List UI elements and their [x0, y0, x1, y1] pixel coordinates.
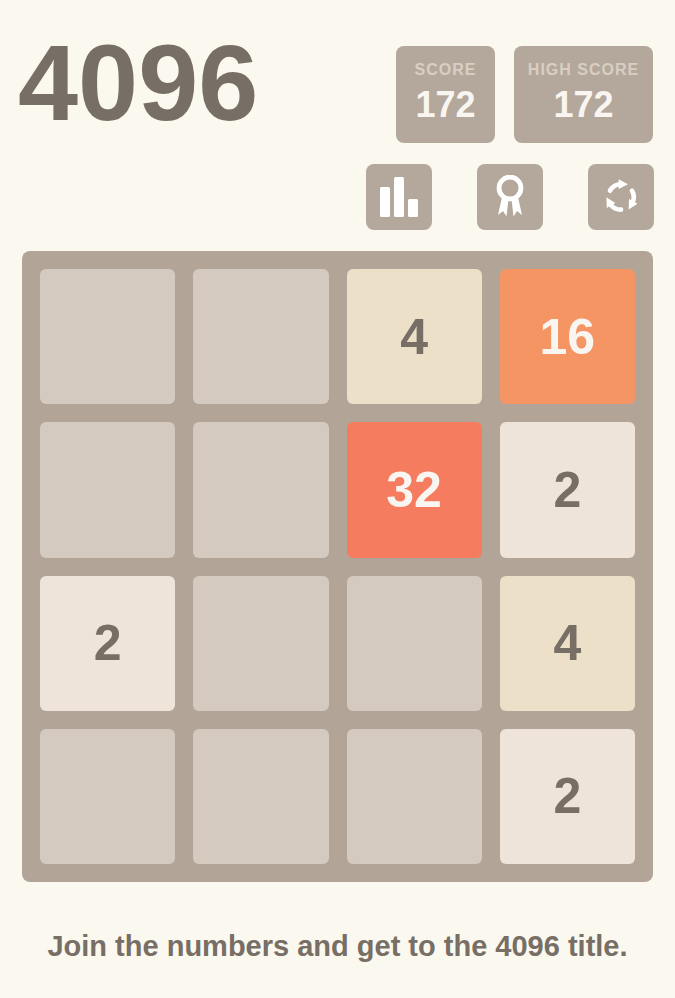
tile-r2c3: 4	[500, 576, 635, 711]
tile-r0c3: 16	[500, 269, 635, 404]
app-root: 4096 SCORE 172 HIGH SCORE 172	[0, 0, 675, 998]
tagline: Join the numbers and get to the 4096 tit…	[0, 930, 675, 963]
page-title: 4096	[18, 26, 258, 139]
tile-r1c2: 32	[347, 422, 482, 557]
tile-r3c3: 2	[500, 729, 635, 864]
tile-r2c0: 2	[40, 576, 175, 711]
score-value: 172	[415, 84, 475, 126]
stats-button[interactable]	[366, 164, 432, 230]
tile-r1c1	[193, 422, 328, 557]
tile-r0c1	[193, 269, 328, 404]
score-box: SCORE 172	[396, 46, 495, 143]
achievements-button[interactable]	[477, 164, 543, 230]
toolbar	[366, 164, 654, 230]
award-ribbon-icon	[492, 175, 528, 219]
tile-r1c3: 2	[500, 422, 635, 557]
tile-r3c2	[347, 729, 482, 864]
score-panel: SCORE 172 HIGH SCORE 172	[396, 46, 653, 143]
game-board[interactable]: 4 16 32 2 2 4 2	[22, 251, 653, 882]
tile-r0c2: 4	[347, 269, 482, 404]
tile-r2c1	[193, 576, 328, 711]
tile-r2c2	[347, 576, 482, 711]
high-score-box: HIGH SCORE 172	[514, 46, 653, 143]
restart-button[interactable]	[588, 164, 654, 230]
high-score-label: HIGH SCORE	[528, 61, 639, 79]
tile-r3c0	[40, 729, 175, 864]
bar-chart-icon	[380, 177, 418, 217]
restart-icon	[600, 176, 642, 218]
high-score-value: 172	[553, 84, 613, 126]
tile-r3c1	[193, 729, 328, 864]
tile-r1c0	[40, 422, 175, 557]
score-label: SCORE	[415, 61, 477, 79]
tile-r0c0	[40, 269, 175, 404]
